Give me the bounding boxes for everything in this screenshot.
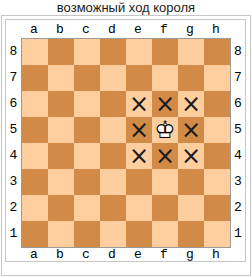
square-c7 (74, 65, 100, 91)
square-f4: × (152, 143, 178, 169)
diagram-title: возможный ход короля (0, 0, 252, 15)
possible-move-marker: × (155, 91, 175, 117)
rank-label-right-6: 6 (234, 96, 242, 111)
file-label-bottom-g: g (186, 248, 194, 261)
square-e2 (126, 195, 152, 221)
rank-label-left-8: 8 (10, 44, 18, 59)
file-label-bottom-c: c (82, 248, 90, 261)
square-b1 (48, 221, 74, 247)
square-d1 (100, 221, 126, 247)
square-g8 (178, 39, 204, 65)
file-label-bottom-f: f (160, 248, 168, 261)
diagram-outer-frame: abcdefgh 87654321 ××××♚♔×××× 87654321 ab… (1, 15, 251, 276)
file-label-top-h: h (212, 22, 220, 37)
square-e1 (126, 221, 152, 247)
square-a1 (22, 221, 48, 247)
possible-move-marker: × (129, 117, 149, 143)
file-label-top-f: f (160, 22, 168, 37)
square-b6 (48, 91, 74, 117)
square-g7 (178, 65, 204, 91)
square-g3 (178, 169, 204, 195)
square-f6: × (152, 91, 178, 117)
rank-label-right-8: 8 (234, 44, 242, 59)
rank-label-left-5: 5 (10, 122, 18, 137)
square-f1 (152, 221, 178, 247)
square-d3 (100, 169, 126, 195)
square-h7 (204, 65, 230, 91)
square-e7 (126, 65, 152, 91)
rank-label-left-1: 1 (10, 226, 18, 241)
square-h8 (204, 39, 230, 65)
rank-label-left-2: 2 (10, 200, 18, 215)
possible-move-marker: × (181, 91, 201, 117)
square-b3 (48, 169, 74, 195)
file-label-top-b: b (56, 22, 64, 37)
square-e3 (126, 169, 152, 195)
rank-label-left-3: 3 (10, 174, 18, 189)
square-c3 (74, 169, 100, 195)
square-d7 (100, 65, 126, 91)
possible-move-marker: × (129, 143, 149, 169)
rank-label-right-4: 4 (234, 148, 242, 163)
square-c5 (74, 117, 100, 143)
square-f2 (152, 195, 178, 221)
possible-move-marker: × (155, 143, 175, 169)
chess-lesson-diagram: возможный ход короля abcdefgh 87654321 ×… (0, 0, 252, 276)
rank-label-right-5: 5 (234, 122, 242, 137)
file-label-top-d: d (108, 22, 116, 37)
square-h6 (204, 91, 230, 117)
square-b7 (48, 65, 74, 91)
file-label-top-a: a (30, 22, 38, 37)
board-frame: abcdefgh 87654321 ××××♚♔×××× 87654321 ab… (5, 19, 246, 262)
white-king-glyph-outline: ♔ (152, 117, 178, 143)
square-c4 (74, 143, 100, 169)
rank-label-left-4: 4 (10, 148, 18, 163)
square-d4 (100, 143, 126, 169)
square-f5: ♚♔ (152, 117, 178, 143)
file-label-bottom-a: a (30, 248, 38, 261)
square-g4: × (178, 143, 204, 169)
square-e5: × (126, 117, 152, 143)
square-h5 (204, 117, 230, 143)
rank-label-left-6: 6 (10, 96, 18, 111)
square-a6 (22, 91, 48, 117)
white-king-piece: ♚♔ (152, 117, 178, 143)
square-g1 (178, 221, 204, 247)
square-h3 (204, 169, 230, 195)
rank-labels-right: 87654321 (231, 38, 245, 248)
square-b4 (48, 143, 74, 169)
square-c1 (74, 221, 100, 247)
rank-label-right-1: 1 (234, 226, 242, 241)
square-e8 (126, 39, 152, 65)
file-label-top-e: e (134, 22, 142, 37)
square-a5 (22, 117, 48, 143)
file-label-top-c: c (82, 22, 90, 37)
file-label-bottom-d: d (108, 248, 116, 261)
possible-move-marker: × (129, 91, 149, 117)
square-c2 (74, 195, 100, 221)
square-h4 (204, 143, 230, 169)
square-g5: × (178, 117, 204, 143)
square-d5 (100, 117, 126, 143)
square-d8 (100, 39, 126, 65)
possible-move-marker: × (181, 117, 201, 143)
square-g2 (178, 195, 204, 221)
square-e4: × (126, 143, 152, 169)
square-h2 (204, 195, 230, 221)
file-label-bottom-b: b (56, 248, 64, 261)
chess-board: ××××♚♔×××× (21, 38, 231, 248)
square-a2 (22, 195, 48, 221)
square-e6: × (126, 91, 152, 117)
rank-label-right-7: 7 (234, 70, 242, 85)
rank-label-left-7: 7 (10, 70, 18, 85)
square-h1 (204, 221, 230, 247)
file-label-bottom-e: e (134, 248, 142, 261)
square-a7 (22, 65, 48, 91)
square-b2 (48, 195, 74, 221)
possible-move-marker: × (181, 143, 201, 169)
square-f3 (152, 169, 178, 195)
file-label-top-g: g (186, 22, 194, 37)
square-d6 (100, 91, 126, 117)
square-g6: × (178, 91, 204, 117)
rank-label-right-3: 3 (234, 174, 242, 189)
square-f8 (152, 39, 178, 65)
file-labels-top: abcdefgh (21, 20, 231, 38)
square-b5 (48, 117, 74, 143)
square-c8 (74, 39, 100, 65)
square-d2 (100, 195, 126, 221)
square-a8 (22, 39, 48, 65)
square-f7 (152, 65, 178, 91)
rank-labels-left: 87654321 (6, 38, 21, 248)
file-labels-bottom: abcdefgh (21, 248, 231, 261)
rank-label-right-2: 2 (234, 200, 242, 215)
file-label-bottom-h: h (212, 248, 220, 261)
square-c6 (74, 91, 100, 117)
square-b8 (48, 39, 74, 65)
square-a3 (22, 169, 48, 195)
square-a4 (22, 143, 48, 169)
